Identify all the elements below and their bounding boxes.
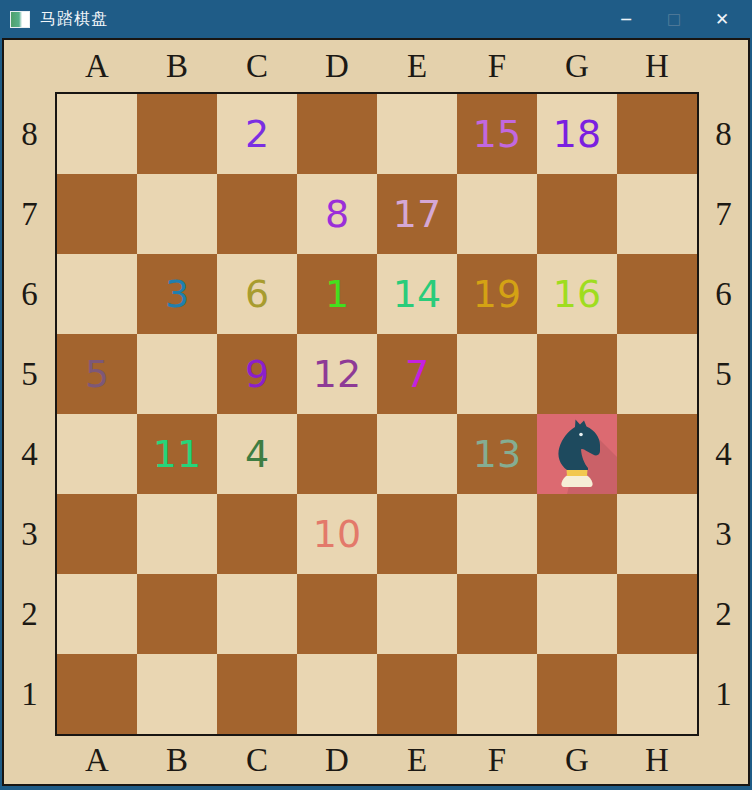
square-b4[interactable]: 11 <box>137 414 217 494</box>
square-h3[interactable] <box>617 494 697 574</box>
file-label-d: D <box>297 736 377 784</box>
square-h1[interactable] <box>617 654 697 734</box>
rank-labels-right: 87654321 <box>699 94 748 734</box>
rank-labels-left: 87654321 <box>4 94 55 734</box>
window-title: 马踏棋盘 <box>40 9 108 30</box>
square-b5[interactable] <box>137 334 217 414</box>
move-number-8: 8 <box>325 195 349 233</box>
move-number-3: 3 <box>165 275 189 313</box>
move-number-11: 11 <box>153 435 201 473</box>
square-f2[interactable] <box>457 574 537 654</box>
move-number-1: 1 <box>325 275 349 313</box>
square-f5[interactable] <box>457 334 537 414</box>
rank-label-7: 7 <box>4 174 55 254</box>
move-number-4: 4 <box>245 435 269 473</box>
move-number-15: 15 <box>473 115 521 153</box>
move-number-9: 9 <box>245 355 269 393</box>
file-label-d: D <box>297 40 377 92</box>
square-d2[interactable] <box>297 574 377 654</box>
square-b7[interactable] <box>137 174 217 254</box>
app-window: 马踏棋盘 ─ □ ✕ ABCDEFGH ABCDEFGH 87654321 87… <box>0 0 752 790</box>
rank-label-6: 6 <box>4 254 55 334</box>
file-labels-top: ABCDEFGH <box>57 40 697 92</box>
move-number-5: 5 <box>85 355 109 393</box>
square-e6[interactable]: 14 <box>377 254 457 334</box>
square-e1[interactable] <box>377 654 457 734</box>
rank-label-2: 2 <box>699 574 748 654</box>
move-number-17: 17 <box>393 195 441 233</box>
square-f8[interactable]: 15 <box>457 94 537 174</box>
move-number-7: 7 <box>405 355 429 393</box>
square-b1[interactable] <box>137 654 217 734</box>
rank-label-5: 5 <box>4 334 55 414</box>
file-label-e: E <box>377 736 457 784</box>
square-b3[interactable] <box>137 494 217 574</box>
board-frame: ABCDEFGH ABCDEFGH 87654321 87654321 2151… <box>2 38 750 786</box>
file-labels-bottom: ABCDEFGH <box>57 736 697 784</box>
square-g4[interactable] <box>537 414 617 494</box>
square-c4[interactable]: 4 <box>217 414 297 494</box>
window-controls: ─ □ ✕ <box>602 0 746 38</box>
square-e4[interactable] <box>377 414 457 494</box>
square-e3[interactable] <box>377 494 457 574</box>
rank-label-6: 6 <box>699 254 748 334</box>
move-number-10: 10 <box>313 515 361 553</box>
file-label-e: E <box>377 40 457 92</box>
rank-label-4: 4 <box>4 414 55 494</box>
chess-board: 21518817361141916591271141310 <box>55 92 699 736</box>
file-label-b: B <box>137 40 217 92</box>
move-number-18: 18 <box>553 115 601 153</box>
move-number-2: 2 <box>245 115 269 153</box>
square-h6[interactable] <box>617 254 697 334</box>
rank-label-8: 8 <box>4 94 55 174</box>
file-label-g: G <box>537 40 617 92</box>
rank-label-3: 3 <box>4 494 55 574</box>
square-c7[interactable] <box>217 174 297 254</box>
minimize-button[interactable]: ─ <box>602 0 650 38</box>
square-g5[interactable] <box>537 334 617 414</box>
square-f1[interactable] <box>457 654 537 734</box>
square-d1[interactable] <box>297 654 377 734</box>
square-h8[interactable] <box>617 94 697 174</box>
file-label-a: A <box>57 736 137 784</box>
square-a6[interactable] <box>57 254 137 334</box>
move-number-19: 19 <box>473 275 521 313</box>
square-g2[interactable] <box>537 574 617 654</box>
square-b2[interactable] <box>137 574 217 654</box>
rank-label-3: 3 <box>699 494 748 574</box>
square-f3[interactable] <box>457 494 537 574</box>
square-f6[interactable]: 19 <box>457 254 537 334</box>
square-d5[interactable]: 12 <box>297 334 377 414</box>
file-label-c: C <box>217 736 297 784</box>
square-f7[interactable] <box>457 174 537 254</box>
square-a3[interactable] <box>57 494 137 574</box>
square-h4[interactable] <box>617 414 697 494</box>
square-g1[interactable] <box>537 654 617 734</box>
rank-label-7: 7 <box>699 174 748 254</box>
square-c1[interactable] <box>217 654 297 734</box>
rank-label-1: 1 <box>699 654 748 734</box>
square-h7[interactable] <box>617 174 697 254</box>
square-a8[interactable] <box>57 94 137 174</box>
move-number-6: 6 <box>245 275 269 313</box>
square-c2[interactable] <box>217 574 297 654</box>
square-b8[interactable] <box>137 94 217 174</box>
app-window-icon <box>10 11 30 28</box>
file-label-g: G <box>537 736 617 784</box>
square-d8[interactable] <box>297 94 377 174</box>
square-c5[interactable]: 9 <box>217 334 297 414</box>
square-h2[interactable] <box>617 574 697 654</box>
square-a2[interactable] <box>57 574 137 654</box>
square-g7[interactable] <box>537 174 617 254</box>
square-g8[interactable]: 18 <box>537 94 617 174</box>
square-f4[interactable]: 13 <box>457 414 537 494</box>
square-h5[interactable] <box>617 334 697 414</box>
titlebar: 马踏棋盘 ─ □ ✕ <box>0 0 752 38</box>
file-label-b: B <box>137 736 217 784</box>
square-a5[interactable]: 5 <box>57 334 137 414</box>
file-label-h: H <box>617 736 697 784</box>
square-d7[interactable]: 8 <box>297 174 377 254</box>
move-number-16: 16 <box>553 275 601 313</box>
square-c6[interactable]: 6 <box>217 254 297 334</box>
move-number-12: 12 <box>313 355 361 393</box>
square-d3[interactable]: 10 <box>297 494 377 574</box>
file-label-c: C <box>217 40 297 92</box>
rank-label-2: 2 <box>4 574 55 654</box>
move-number-13: 13 <box>473 435 521 473</box>
rank-label-8: 8 <box>699 94 748 174</box>
file-label-h: H <box>617 40 697 92</box>
square-g6[interactable]: 16 <box>537 254 617 334</box>
square-a1[interactable] <box>57 654 137 734</box>
file-label-f: F <box>457 40 537 92</box>
maximize-button[interactable]: □ <box>650 0 698 38</box>
square-e2[interactable] <box>377 574 457 654</box>
square-d4[interactable] <box>297 414 377 494</box>
square-g3[interactable] <box>537 494 617 574</box>
rank-label-1: 1 <box>4 654 55 734</box>
rank-label-5: 5 <box>699 334 748 414</box>
file-label-a: A <box>57 40 137 92</box>
square-b6[interactable]: 3 <box>137 254 217 334</box>
square-a7[interactable] <box>57 174 137 254</box>
square-c3[interactable] <box>217 494 297 574</box>
file-label-f: F <box>457 736 537 784</box>
close-button[interactable]: ✕ <box>698 0 746 38</box>
square-e8[interactable] <box>377 94 457 174</box>
square-c8[interactable]: 2 <box>217 94 297 174</box>
square-e5[interactable]: 7 <box>377 334 457 414</box>
knight-icon[interactable] <box>537 414 617 494</box>
square-d6[interactable]: 1 <box>297 254 377 334</box>
move-number-14: 14 <box>393 275 441 313</box>
square-a4[interactable] <box>57 414 137 494</box>
square-e7[interactable]: 17 <box>377 174 457 254</box>
rank-label-4: 4 <box>699 414 748 494</box>
